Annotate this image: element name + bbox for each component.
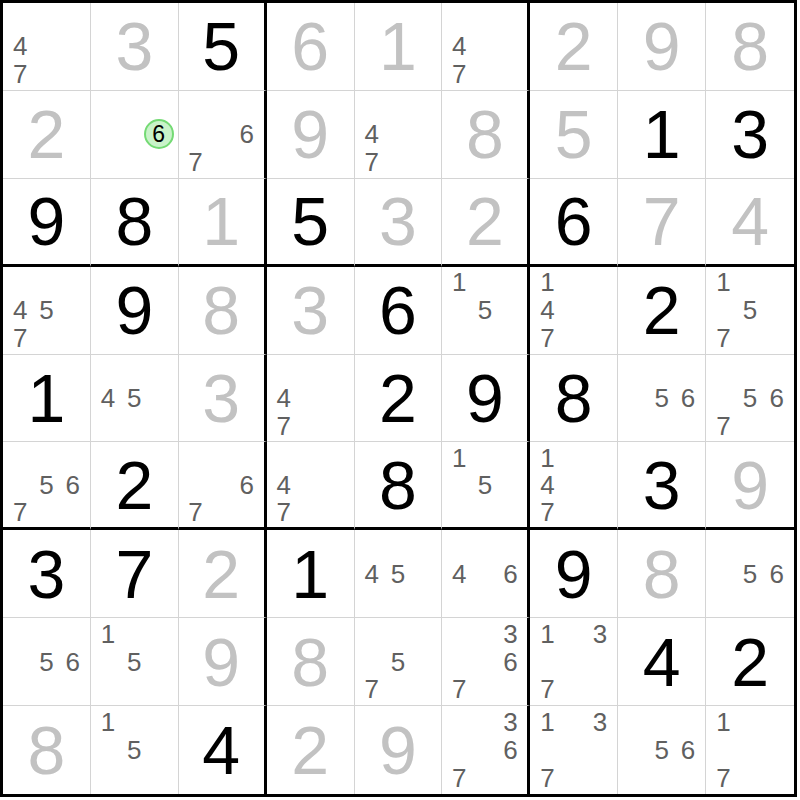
candidate: 1 xyxy=(446,444,472,471)
cell-r4c9[interactable]: 157 xyxy=(706,267,794,355)
candidate: 4 xyxy=(534,471,560,498)
candidate-grid: 17 xyxy=(706,706,794,794)
cell-r3c7[interactable]: 6 xyxy=(530,179,618,267)
given-digit: 2 xyxy=(91,442,178,527)
cell-r5c6[interactable]: 9 xyxy=(442,355,530,443)
solved-digit: 1 xyxy=(355,3,442,90)
cell-r3c3[interactable]: 1 xyxy=(179,179,267,267)
given-digit: 6 xyxy=(530,179,617,264)
candidate: 7 xyxy=(446,60,472,88)
cell-r7c9[interactable]: 56 xyxy=(706,530,794,618)
cell-r5c2[interactable]: 45 xyxy=(91,355,179,443)
candidate: 5 xyxy=(472,471,498,498)
candidate-grid: 47 xyxy=(3,3,90,90)
solved-digit: 9 xyxy=(267,91,354,178)
given-digit: 3 xyxy=(3,530,90,617)
candidate: 6 xyxy=(763,384,790,412)
candidate: 7 xyxy=(534,764,560,792)
given-digit: 5 xyxy=(267,179,354,264)
given-digit: 9 xyxy=(3,179,90,264)
given-digit: 5 xyxy=(179,3,264,90)
cell-r9c9[interactable]: 17 xyxy=(706,706,794,794)
candidate: 5 xyxy=(33,296,59,324)
candidate: 6 xyxy=(234,471,260,498)
candidate-grid: 56 xyxy=(618,706,705,794)
cell-r8c6[interactable]: 367 xyxy=(442,618,530,706)
cell-r9c3[interactable]: 4 xyxy=(179,706,267,794)
cell-r7c6[interactable]: 46 xyxy=(442,530,530,618)
cell-r8c3[interactable]: 9 xyxy=(179,618,267,706)
cell-r2c5[interactable]: 47 xyxy=(355,91,443,179)
candidate: 4 xyxy=(359,560,385,588)
cell-r1c2[interactable]: 3 xyxy=(91,3,179,91)
candidate: 3 xyxy=(587,620,613,648)
cell-r1c4[interactable]: 6 xyxy=(267,3,355,91)
cell-r4c3[interactable]: 8 xyxy=(179,267,267,355)
cell-r1c6[interactable]: 47 xyxy=(442,3,530,91)
candidate-grid: 56 xyxy=(618,355,705,442)
given-digit: 2 xyxy=(706,618,794,705)
candidate-grid: 567 xyxy=(3,442,90,527)
sudoku-board: 4735614729826679478513981532674457983615… xyxy=(0,0,797,797)
candidate: 1 xyxy=(534,444,560,471)
candidate: 1 xyxy=(710,708,737,736)
candidate: 5 xyxy=(33,648,59,676)
cell-r1c8[interactable]: 9 xyxy=(618,3,706,91)
candidate-grid: 147 xyxy=(530,442,617,527)
candidate: 7 xyxy=(534,498,560,525)
cell-r8c2[interactable]: 15 xyxy=(91,618,179,706)
given-digit: 8 xyxy=(530,355,617,442)
cell-r3c6[interactable]: 2 xyxy=(442,179,530,267)
candidate: 7 xyxy=(710,764,737,792)
solved-digit: 1 xyxy=(179,179,264,264)
solved-digit: 4 xyxy=(706,179,794,264)
candidate: 7 xyxy=(359,675,385,703)
solved-digit: 8 xyxy=(267,618,354,705)
given-digit: 9 xyxy=(442,355,527,442)
candidate: 5 xyxy=(737,560,764,588)
given-digit: 3 xyxy=(618,442,705,527)
candidate: 6 xyxy=(60,648,86,676)
cell-r3c2[interactable]: 8 xyxy=(91,179,179,267)
solved-digit: 7 xyxy=(618,179,705,264)
candidate: 7 xyxy=(183,498,209,525)
cell-r4c7[interactable]: 147 xyxy=(530,267,618,355)
cell-r5c1[interactable]: 1 xyxy=(3,355,91,443)
candidate: 5 xyxy=(121,648,147,676)
candidate: 3 xyxy=(498,708,524,736)
given-digit: 1 xyxy=(3,355,90,442)
candidate-grid: 56 xyxy=(3,618,90,705)
candidate: 1 xyxy=(710,269,737,297)
solved-digit: 2 xyxy=(3,91,90,178)
given-digit: 2 xyxy=(355,355,442,442)
candidate: 4 xyxy=(359,121,385,149)
solved-digit: 3 xyxy=(267,267,354,354)
cell-r3c4[interactable]: 5 xyxy=(267,179,355,267)
cell-r4c1[interactable]: 457 xyxy=(3,267,91,355)
cell-r1c5[interactable]: 1 xyxy=(355,3,443,91)
cell-r8c4[interactable]: 8 xyxy=(267,618,355,706)
candidate-grid: 15 xyxy=(91,618,178,705)
cell-r7c7[interactable]: 9 xyxy=(530,530,618,618)
candidate: 1 xyxy=(534,708,560,736)
cell-r9c2[interactable]: 15 xyxy=(91,706,179,794)
candidate-grid: 67 xyxy=(179,91,264,178)
cell-r4c6[interactable]: 15 xyxy=(442,267,530,355)
cell-r5c7[interactable]: 8 xyxy=(530,355,618,443)
solved-digit: 8 xyxy=(618,530,705,617)
cell-r5c4[interactable]: 47 xyxy=(267,355,355,443)
candidate: 5 xyxy=(472,296,498,324)
candidate: 7 xyxy=(271,412,297,440)
candidate: 1 xyxy=(95,708,121,736)
given-digit: 7 xyxy=(91,530,178,617)
candidate-grid: 47 xyxy=(355,91,442,178)
candidate: 6 xyxy=(498,736,524,764)
candidate: 5 xyxy=(649,736,675,764)
solved-digit: 3 xyxy=(91,3,178,90)
candidate: 7 xyxy=(7,498,33,525)
cell-r3c9[interactable]: 4 xyxy=(706,179,794,267)
candidate: 5 xyxy=(737,296,764,324)
cell-r6c7[interactable]: 147 xyxy=(530,442,618,530)
candidate: 4 xyxy=(7,33,33,61)
cell-r9c5[interactable]: 9 xyxy=(355,706,443,794)
candidate: 5 xyxy=(385,648,411,676)
cell-r9c6[interactable]: 367 xyxy=(442,706,530,794)
cell-r7c5[interactable]: 45 xyxy=(355,530,443,618)
candidate-grid: 137 xyxy=(530,618,617,705)
cell-r9c1[interactable]: 8 xyxy=(3,706,91,794)
candidate: 5 xyxy=(385,560,411,588)
candidate-grid: 6 xyxy=(91,91,178,178)
candidate-grid: 47 xyxy=(267,355,354,442)
cell-r5c3[interactable]: 3 xyxy=(179,355,267,443)
cell-r8c5[interactable]: 57 xyxy=(355,618,443,706)
cell-r6c8[interactable]: 3 xyxy=(618,442,706,530)
candidate-grid: 45 xyxy=(355,530,442,617)
candidate: 4 xyxy=(446,33,472,61)
solved-digit: 5 xyxy=(530,91,617,178)
cell-r3c1[interactable]: 9 xyxy=(3,179,91,267)
candidate: 3 xyxy=(498,620,524,648)
cell-r9c7[interactable]: 137 xyxy=(530,706,618,794)
cell-r1c7[interactable]: 2 xyxy=(530,3,618,91)
cell-r2c3[interactable]: 67 xyxy=(179,91,267,179)
cell-r3c5[interactable]: 3 xyxy=(355,179,443,267)
candidate-grid: 367 xyxy=(442,618,527,705)
cell-r2c1[interactable]: 2 xyxy=(3,91,91,179)
cell-r6c1[interactable]: 567 xyxy=(3,442,91,530)
cell-r2c4[interactable]: 9 xyxy=(267,91,355,179)
cell-r4c4[interactable]: 3 xyxy=(267,267,355,355)
cell-r2c6[interactable]: 8 xyxy=(442,91,530,179)
cell-r8c9[interactable]: 2 xyxy=(706,618,794,706)
cell-r6c9[interactable]: 9 xyxy=(706,442,794,530)
cell-r7c3[interactable]: 2 xyxy=(179,530,267,618)
candidate-grid: 567 xyxy=(706,355,794,442)
given-digit: 8 xyxy=(355,442,442,527)
candidate: 3 xyxy=(587,708,613,736)
candidate-grid: 367 xyxy=(442,706,527,794)
candidate: 5 xyxy=(121,384,147,412)
cell-r2c8[interactable]: 1 xyxy=(618,91,706,179)
cell-r8c7[interactable]: 137 xyxy=(530,618,618,706)
cell-r8c1[interactable]: 56 xyxy=(3,618,91,706)
candidate-grid: 15 xyxy=(442,442,527,527)
cell-r1c1[interactable]: 47 xyxy=(3,3,91,91)
solved-digit: 2 xyxy=(267,706,354,794)
highlighted-candidate: 6 xyxy=(144,119,174,149)
cell-r5c9[interactable]: 567 xyxy=(706,355,794,443)
cell-r7c2[interactable]: 7 xyxy=(91,530,179,618)
candidate: 4 xyxy=(7,296,33,324)
candidate: 7 xyxy=(7,324,33,352)
candidate-grid: 47 xyxy=(442,3,527,90)
cell-r3c8[interactable]: 7 xyxy=(618,179,706,267)
candidate: 4 xyxy=(95,384,121,412)
candidate: 6 xyxy=(763,560,790,588)
candidate-grid: 47 xyxy=(267,442,354,527)
solved-digit: 2 xyxy=(179,530,264,617)
cell-r7c4[interactable]: 1 xyxy=(267,530,355,618)
candidate: 5 xyxy=(737,384,764,412)
candidate: 4 xyxy=(271,471,297,498)
cell-r6c4[interactable]: 47 xyxy=(267,442,355,530)
solved-digit: 9 xyxy=(706,442,794,527)
candidate: 7 xyxy=(446,675,472,703)
cell-r1c3[interactable]: 5 xyxy=(179,3,267,91)
cell-r6c2[interactable]: 2 xyxy=(91,442,179,530)
candidate-grid: 137 xyxy=(530,706,617,794)
given-digit: 4 xyxy=(179,706,264,794)
given-digit: 6 xyxy=(355,267,442,354)
given-digit: 1 xyxy=(618,91,705,178)
cell-r5c5[interactable]: 2 xyxy=(355,355,443,443)
candidate-grid: 457 xyxy=(3,267,90,354)
candidate: 6 xyxy=(498,560,524,588)
candidate: 7 xyxy=(534,675,560,703)
candidate: 7 xyxy=(710,324,737,352)
given-digit: 9 xyxy=(530,530,617,617)
given-digit: 8 xyxy=(91,179,178,264)
cell-r9c4[interactable]: 2 xyxy=(267,706,355,794)
candidate: 7 xyxy=(359,148,385,176)
candidate: 6 xyxy=(60,471,86,498)
cell-r6c6[interactable]: 15 xyxy=(442,442,530,530)
candidate: 5 xyxy=(121,736,147,764)
candidate: 4 xyxy=(446,560,472,588)
solved-digit: 9 xyxy=(618,3,705,90)
candidate: 6 xyxy=(498,648,524,676)
given-digit: 9 xyxy=(91,267,178,354)
solved-digit: 9 xyxy=(179,618,264,705)
solved-digit: 2 xyxy=(530,3,617,90)
candidate-grid: 46 xyxy=(442,530,527,617)
candidate: 7 xyxy=(446,764,472,792)
candidate-grid: 147 xyxy=(530,267,617,354)
solved-digit: 6 xyxy=(267,3,354,90)
candidate: 7 xyxy=(271,498,297,525)
cell-r7c1[interactable]: 3 xyxy=(3,530,91,618)
solved-digit: 3 xyxy=(179,355,264,442)
cell-r2c9[interactable]: 3 xyxy=(706,91,794,179)
given-digit: 4 xyxy=(618,618,705,705)
candidate: 7 xyxy=(534,324,560,352)
solved-digit: 8 xyxy=(442,91,527,178)
candidate: 1 xyxy=(534,620,560,648)
cell-r4c2[interactable]: 9 xyxy=(91,267,179,355)
candidate: 6 xyxy=(234,121,260,149)
solved-digit: 2 xyxy=(442,179,527,264)
cell-r8c8[interactable]: 4 xyxy=(618,618,706,706)
solved-digit: 8 xyxy=(706,3,794,90)
solved-digit: 8 xyxy=(179,267,264,354)
candidate: 6 xyxy=(675,736,701,764)
given-digit: 2 xyxy=(618,267,705,354)
candidate-grid: 56 xyxy=(706,530,794,617)
candidate-grid: 45 xyxy=(91,355,178,442)
cell-r7c8[interactable]: 8 xyxy=(618,530,706,618)
candidate-grid: 57 xyxy=(355,618,442,705)
candidate: 1 xyxy=(534,269,560,297)
candidate: 7 xyxy=(183,148,209,176)
solved-digit: 8 xyxy=(3,706,90,794)
cell-r4c8[interactable]: 2 xyxy=(618,267,706,355)
candidate-grid: 15 xyxy=(442,267,527,354)
solved-digit: 3 xyxy=(355,179,442,264)
candidate: 1 xyxy=(446,269,472,297)
candidate: 4 xyxy=(271,384,297,412)
cell-r4c5[interactable]: 6 xyxy=(355,267,443,355)
cell-r6c5[interactable]: 8 xyxy=(355,442,443,530)
candidate: 6 xyxy=(675,384,701,412)
given-digit: 1 xyxy=(267,530,354,617)
solved-digit: 9 xyxy=(355,706,442,794)
candidate: 5 xyxy=(33,471,59,498)
cell-r6c3[interactable]: 67 xyxy=(179,442,267,530)
candidate: 7 xyxy=(7,60,33,88)
cell-r2c7[interactable]: 5 xyxy=(530,91,618,179)
candidate: 5 xyxy=(649,384,675,412)
cell-r5c8[interactable]: 56 xyxy=(618,355,706,443)
cell-r9c8[interactable]: 56 xyxy=(618,706,706,794)
given-digit: 3 xyxy=(706,91,794,178)
candidate-grid: 157 xyxy=(706,267,794,354)
candidate-grid: 67 xyxy=(179,442,264,527)
candidate: 7 xyxy=(710,412,737,440)
cell-r2c2[interactable]: 6 xyxy=(91,91,179,179)
candidate: 4 xyxy=(534,296,560,324)
candidate-grid: 15 xyxy=(91,706,178,794)
cell-r1c9[interactable]: 8 xyxy=(706,3,794,91)
candidate: 1 xyxy=(95,620,121,648)
